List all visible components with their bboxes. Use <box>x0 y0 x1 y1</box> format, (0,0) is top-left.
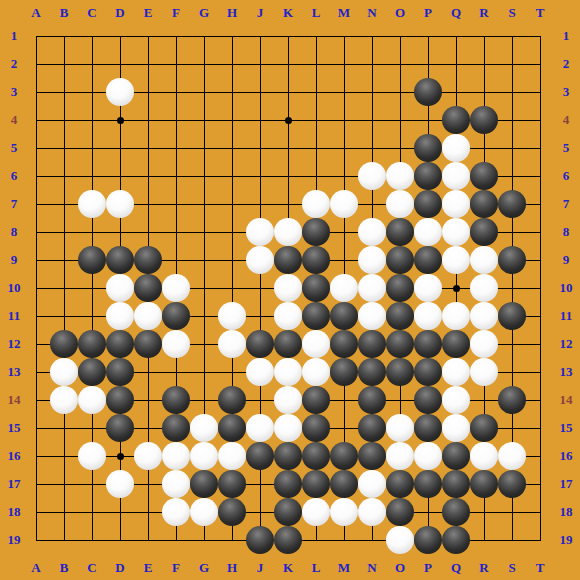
coordinate-label: 12 <box>8 338 21 350</box>
stone-black[interactable] <box>330 442 358 470</box>
stone-black[interactable] <box>106 330 134 358</box>
stone-black[interactable] <box>498 302 526 330</box>
stone-black[interactable] <box>274 526 302 554</box>
stone-black[interactable] <box>274 498 302 526</box>
stone-white[interactable] <box>470 358 498 386</box>
stone-black[interactable] <box>218 470 246 498</box>
stone-black[interactable] <box>442 526 470 554</box>
coordinate-label: K <box>283 7 293 19</box>
stone-black[interactable] <box>274 470 302 498</box>
coordinate-label: F <box>172 562 180 574</box>
stone-white[interactable] <box>470 330 498 358</box>
stone-black[interactable] <box>414 78 442 106</box>
stone-white[interactable] <box>274 302 302 330</box>
stone-white[interactable] <box>302 358 330 386</box>
coordinate-label: M <box>338 562 350 574</box>
coordinate-label: 10 <box>8 282 21 294</box>
stone-white[interactable] <box>330 498 358 526</box>
coordinate-label: N <box>367 7 376 19</box>
stone-white[interactable] <box>442 218 470 246</box>
stone-black[interactable] <box>302 442 330 470</box>
coordinate-label: Q <box>451 7 461 19</box>
coordinate-label: 15 <box>560 422 573 434</box>
coordinate-label: J <box>257 7 264 19</box>
coordinate-label: F <box>172 7 180 19</box>
stone-black[interactable] <box>246 330 274 358</box>
coordinate-label: 18 <box>560 506 573 518</box>
stone-white[interactable] <box>386 190 414 218</box>
coordinate-label: 19 <box>560 534 573 546</box>
stone-white[interactable] <box>302 190 330 218</box>
coordinate-label: O <box>395 7 405 19</box>
stone-black[interactable] <box>442 106 470 134</box>
stone-black[interactable] <box>498 386 526 414</box>
stone-black[interactable] <box>302 246 330 274</box>
stone-black[interactable] <box>414 134 442 162</box>
stone-white[interactable] <box>498 442 526 470</box>
stone-black[interactable] <box>302 470 330 498</box>
coordinate-label: 1 <box>563 30 570 42</box>
stone-black[interactable] <box>498 470 526 498</box>
coordinate-label: O <box>395 562 405 574</box>
stone-white[interactable] <box>442 246 470 274</box>
stone-black[interactable] <box>498 246 526 274</box>
stone-white[interactable] <box>442 414 470 442</box>
hoshi-point <box>285 117 292 124</box>
coordinate-label: K <box>283 562 293 574</box>
stone-white[interactable] <box>190 414 218 442</box>
stone-white[interactable] <box>50 358 78 386</box>
coordinate-label: C <box>87 562 96 574</box>
stone-white[interactable] <box>218 442 246 470</box>
stone-white[interactable] <box>442 302 470 330</box>
coordinate-label: N <box>367 562 376 574</box>
stone-black[interactable] <box>190 470 218 498</box>
stone-white[interactable] <box>386 442 414 470</box>
stone-black[interactable] <box>274 330 302 358</box>
coordinate-label: 7 <box>563 198 570 210</box>
stone-white[interactable] <box>106 274 134 302</box>
stone-white[interactable] <box>190 498 218 526</box>
coordinate-label: 16 <box>8 450 21 462</box>
coordinate-label: G <box>199 7 209 19</box>
stone-white[interactable] <box>414 442 442 470</box>
stone-black[interactable] <box>470 190 498 218</box>
stone-black[interactable] <box>470 218 498 246</box>
coordinate-label: 9 <box>11 254 18 266</box>
stone-white[interactable] <box>442 190 470 218</box>
coordinate-label: S <box>508 562 515 574</box>
coordinate-label: 18 <box>8 506 21 518</box>
stone-black[interactable] <box>134 330 162 358</box>
stone-white[interactable] <box>442 134 470 162</box>
stone-white[interactable] <box>358 302 386 330</box>
coordinate-label: G <box>199 562 209 574</box>
stone-black[interactable] <box>470 106 498 134</box>
stone-white[interactable] <box>106 302 134 330</box>
coordinate-label: 7 <box>11 198 18 210</box>
stone-black[interactable] <box>162 386 190 414</box>
coordinate-label: 4 <box>563 114 570 126</box>
stone-white[interactable] <box>106 470 134 498</box>
stone-black[interactable] <box>274 246 302 274</box>
stone-white[interactable] <box>358 162 386 190</box>
coordinate-label: 13 <box>8 366 21 378</box>
stone-white[interactable] <box>386 162 414 190</box>
coordinate-label: 15 <box>8 422 21 434</box>
stone-white[interactable] <box>386 526 414 554</box>
stone-black[interactable] <box>162 414 190 442</box>
stone-black[interactable] <box>386 246 414 274</box>
stone-white[interactable] <box>358 274 386 302</box>
stone-white[interactable] <box>442 386 470 414</box>
stone-black[interactable] <box>414 190 442 218</box>
stone-black[interactable] <box>246 442 274 470</box>
go-board-screen: ABCDEFGHJKLMNOPQRST ABCDEFGHJKLMNOPQRST … <box>0 0 580 580</box>
coordinate-label: D <box>115 562 124 574</box>
coordinate-label: H <box>227 7 237 19</box>
stone-white[interactable] <box>330 190 358 218</box>
coordinate-label: A <box>31 562 40 574</box>
stone-black[interactable] <box>358 330 386 358</box>
stone-white[interactable] <box>246 414 274 442</box>
hoshi-point <box>117 117 124 124</box>
coordinate-label: P <box>424 562 432 574</box>
coordinate-label: 1 <box>11 30 18 42</box>
coordinate-label: 4 <box>11 114 18 126</box>
stone-white[interactable] <box>302 498 330 526</box>
stone-white[interactable] <box>274 274 302 302</box>
stone-white[interactable] <box>358 470 386 498</box>
stone-white[interactable] <box>162 498 190 526</box>
stone-black[interactable] <box>498 190 526 218</box>
coordinate-label: 3 <box>11 86 18 98</box>
stone-white[interactable] <box>162 442 190 470</box>
coordinate-label: P <box>424 7 432 19</box>
stone-black[interactable] <box>330 470 358 498</box>
coordinate-label: S <box>508 7 515 19</box>
coordinate-label: 16 <box>560 450 573 462</box>
stone-white[interactable] <box>358 218 386 246</box>
stone-black[interactable] <box>442 498 470 526</box>
stone-black[interactable] <box>386 302 414 330</box>
coordinate-label: 8 <box>563 226 570 238</box>
stone-white[interactable] <box>470 274 498 302</box>
stone-black[interactable] <box>386 330 414 358</box>
stone-black[interactable] <box>50 330 78 358</box>
stone-white[interactable] <box>134 302 162 330</box>
stone-black[interactable] <box>386 358 414 386</box>
stone-white[interactable] <box>78 442 106 470</box>
stone-black[interactable] <box>414 414 442 442</box>
stone-black[interactable] <box>78 330 106 358</box>
stone-white[interactable] <box>274 386 302 414</box>
stone-black[interactable] <box>330 302 358 330</box>
stone-white[interactable] <box>162 470 190 498</box>
stone-white[interactable] <box>246 246 274 274</box>
stone-white[interactable] <box>246 218 274 246</box>
stone-white[interactable] <box>414 274 442 302</box>
stone-black[interactable] <box>386 470 414 498</box>
stone-white[interactable] <box>470 246 498 274</box>
coordinate-label: B <box>60 7 69 19</box>
stone-black[interactable] <box>302 274 330 302</box>
stone-black[interactable] <box>218 414 246 442</box>
coordinate-label: J <box>257 562 264 574</box>
stone-white[interactable] <box>386 414 414 442</box>
coordinate-label: A <box>31 7 40 19</box>
coordinate-label: 6 <box>563 170 570 182</box>
stone-white[interactable] <box>190 442 218 470</box>
stone-black[interactable] <box>386 498 414 526</box>
stone-black[interactable] <box>358 358 386 386</box>
stone-white[interactable] <box>274 218 302 246</box>
coordinate-label: T <box>536 7 545 19</box>
stone-black[interactable] <box>358 414 386 442</box>
stone-black[interactable] <box>162 302 190 330</box>
stone-black[interactable] <box>358 442 386 470</box>
coordinate-label: H <box>227 562 237 574</box>
coordinate-label: 3 <box>563 86 570 98</box>
stone-black[interactable] <box>442 330 470 358</box>
stone-black[interactable] <box>414 162 442 190</box>
stone-black[interactable] <box>246 526 274 554</box>
stone-white[interactable] <box>50 386 78 414</box>
stone-black[interactable] <box>470 414 498 442</box>
stone-white[interactable] <box>414 218 442 246</box>
stone-black[interactable] <box>218 386 246 414</box>
stone-black[interactable] <box>302 386 330 414</box>
stone-white[interactable] <box>442 358 470 386</box>
coordinate-label: 2 <box>11 58 18 70</box>
stone-white[interactable] <box>218 302 246 330</box>
stone-black[interactable] <box>302 414 330 442</box>
stone-white[interactable] <box>106 78 134 106</box>
stone-black[interactable] <box>414 246 442 274</box>
stone-black[interactable] <box>414 526 442 554</box>
coordinate-label: R <box>479 562 488 574</box>
stone-black[interactable] <box>218 498 246 526</box>
stone-black[interactable] <box>330 358 358 386</box>
stone-white[interactable] <box>78 386 106 414</box>
stone-black[interactable] <box>78 358 106 386</box>
hoshi-point <box>453 285 460 292</box>
stone-white[interactable] <box>302 330 330 358</box>
coordinate-label: E <box>144 7 153 19</box>
coordinate-label: E <box>144 562 153 574</box>
coordinate-label: 14 <box>560 394 573 406</box>
stone-white[interactable] <box>162 330 190 358</box>
stone-black[interactable] <box>302 302 330 330</box>
coordinate-label: 17 <box>560 478 573 490</box>
stone-white[interactable] <box>274 358 302 386</box>
stone-white[interactable] <box>358 498 386 526</box>
stone-black[interactable] <box>78 246 106 274</box>
stone-black[interactable] <box>414 330 442 358</box>
stone-white[interactable] <box>78 190 106 218</box>
stone-white[interactable] <box>218 330 246 358</box>
stone-white[interactable] <box>106 190 134 218</box>
stone-white[interactable] <box>330 274 358 302</box>
coordinate-label: 5 <box>563 142 570 154</box>
coordinate-label: 10 <box>560 282 573 294</box>
stone-black[interactable] <box>470 162 498 190</box>
stone-black[interactable] <box>274 442 302 470</box>
hoshi-point <box>117 453 124 460</box>
stone-black[interactable] <box>470 470 498 498</box>
stone-white[interactable] <box>274 414 302 442</box>
coordinate-label: L <box>312 562 321 574</box>
coordinate-label: C <box>87 7 96 19</box>
stone-black[interactable] <box>386 218 414 246</box>
stone-white[interactable] <box>414 302 442 330</box>
stone-black[interactable] <box>414 386 442 414</box>
coordinate-label: 11 <box>8 310 20 322</box>
coordinate-label: 2 <box>563 58 570 70</box>
stone-black[interactable] <box>414 358 442 386</box>
stone-black[interactable] <box>442 470 470 498</box>
coordinate-label: T <box>536 562 545 574</box>
stone-black[interactable] <box>386 274 414 302</box>
coordinate-label: 5 <box>11 142 18 154</box>
stone-black[interactable] <box>358 386 386 414</box>
coordinate-label: 9 <box>563 254 570 266</box>
coordinate-label: 6 <box>11 170 18 182</box>
stone-black[interactable] <box>134 274 162 302</box>
coordinate-label: D <box>115 7 124 19</box>
stone-black[interactable] <box>106 358 134 386</box>
stone-black[interactable] <box>106 414 134 442</box>
coordinate-label: 19 <box>8 534 21 546</box>
stone-black[interactable] <box>330 330 358 358</box>
coordinate-label: 17 <box>8 478 21 490</box>
stone-white[interactable] <box>470 442 498 470</box>
stone-black[interactable] <box>302 218 330 246</box>
coordinate-label: R <box>479 7 488 19</box>
coordinate-label: Q <box>451 562 461 574</box>
coordinate-label: B <box>60 562 69 574</box>
stone-white[interactable] <box>246 358 274 386</box>
coordinate-label: 11 <box>560 310 572 322</box>
stone-white[interactable] <box>358 246 386 274</box>
stone-black[interactable] <box>414 470 442 498</box>
stone-white[interactable] <box>162 274 190 302</box>
stone-black[interactable] <box>106 246 134 274</box>
stone-white[interactable] <box>442 162 470 190</box>
stone-black[interactable] <box>106 386 134 414</box>
coordinate-label: 12 <box>560 338 573 350</box>
coordinate-label: 14 <box>8 394 21 406</box>
coordinate-label: 8 <box>11 226 18 238</box>
stone-white[interactable] <box>134 442 162 470</box>
stone-black[interactable] <box>442 442 470 470</box>
coordinate-label: L <box>312 7 321 19</box>
coordinate-label: M <box>338 7 350 19</box>
stone-black[interactable] <box>134 246 162 274</box>
coordinate-label: 13 <box>560 366 573 378</box>
stone-white[interactable] <box>470 302 498 330</box>
